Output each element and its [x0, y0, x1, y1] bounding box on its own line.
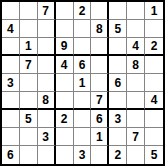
sudoku-cell-r3c6[interactable] — [91, 38, 109, 56]
sudoku-cell-r9c6[interactable] — [91, 146, 109, 164]
sudoku-cell-r7c4[interactable]: 2 — [56, 110, 74, 128]
sudoku-cell-r1c2[interactable] — [20, 2, 38, 20]
sudoku-cell-r5c8[interactable] — [127, 74, 145, 92]
sudoku-cell-r9c4[interactable] — [56, 146, 74, 164]
sudoku-cell-r7c6[interactable]: 6 — [91, 110, 109, 128]
sudoku-cell-r8c9[interactable] — [145, 128, 163, 146]
sudoku-cell-r8c7[interactable] — [109, 128, 127, 146]
sudoku-cell-r2c4[interactable] — [56, 20, 74, 38]
sudoku-cell-r4c6[interactable] — [91, 56, 109, 74]
sudoku-cell-r8c3[interactable]: 3 — [38, 128, 56, 146]
sudoku-cell-r7c7[interactable]: 3 — [109, 110, 127, 128]
sudoku-cell-r5c1[interactable]: 3 — [2, 74, 20, 92]
sudoku-cell-r7c9[interactable] — [145, 110, 163, 128]
sudoku-cell-r4c2[interactable]: 7 — [20, 56, 38, 74]
sudoku-cell-r6c5[interactable] — [74, 92, 92, 110]
sudoku-cell-r6c9[interactable]: 4 — [145, 92, 163, 110]
sudoku-cell-r1c3[interactable]: 7 — [38, 2, 56, 20]
sudoku-cell-r6c4[interactable] — [56, 92, 74, 110]
sudoku-cell-r2c6[interactable]: 8 — [91, 20, 109, 38]
sudoku-cell-r4c8[interactable]: 8 — [127, 56, 145, 74]
sudoku-cell-r1c6[interactable] — [91, 2, 109, 20]
sudoku-cell-r6c1[interactable] — [2, 92, 20, 110]
sudoku-cell-r5c7[interactable]: 6 — [109, 74, 127, 92]
sudoku-cell-r9c5[interactable]: 3 — [74, 146, 92, 164]
sudoku-cell-r6c2[interactable] — [20, 92, 38, 110]
sudoku-cell-r2c9[interactable] — [145, 20, 163, 38]
sudoku-cell-r6c6[interactable]: 7 — [91, 92, 109, 110]
sudoku-cell-r2c5[interactable] — [74, 20, 92, 38]
sudoku-cell-r3c5[interactable] — [74, 38, 92, 56]
sudoku-cell-r4c3[interactable] — [38, 56, 56, 74]
sudoku-cell-r9c3[interactable] — [38, 146, 56, 164]
sudoku-cell-r8c5[interactable] — [74, 128, 92, 146]
sudoku-cell-r7c3[interactable] — [38, 110, 56, 128]
sudoku-cell-r2c2[interactable] — [20, 20, 38, 38]
sudoku-cell-r6c3[interactable]: 8 — [38, 92, 56, 110]
sudoku-cell-r5c4[interactable] — [56, 74, 74, 92]
sudoku-cell-r3c8[interactable]: 4 — [127, 38, 145, 56]
sudoku-cell-r8c2[interactable] — [20, 128, 38, 146]
sudoku-cell-r1c5[interactable]: 2 — [74, 2, 92, 20]
sudoku-cell-r8c1[interactable] — [2, 128, 20, 146]
sudoku-cell-r1c1[interactable] — [2, 2, 20, 20]
sudoku-cell-r1c4[interactable] — [56, 2, 74, 20]
sudoku-cell-r1c8[interactable] — [127, 2, 145, 20]
sudoku-cell-r3c9[interactable]: 2 — [145, 38, 163, 56]
sudoku-cell-r9c7[interactable]: 2 — [109, 146, 127, 164]
sudoku-cell-r9c2[interactable] — [20, 146, 38, 164]
sudoku-cell-r5c5[interactable]: 1 — [74, 74, 92, 92]
sudoku-cell-r3c4[interactable]: 9 — [56, 38, 74, 56]
sudoku-cell-r9c8[interactable] — [127, 146, 145, 164]
sudoku-cell-r3c7[interactable] — [109, 38, 127, 56]
sudoku-cell-r5c3[interactable] — [38, 74, 56, 92]
sudoku-cell-r4c1[interactable] — [2, 56, 20, 74]
sudoku-cell-r4c7[interactable] — [109, 56, 127, 74]
sudoku-cell-r7c8[interactable] — [127, 110, 145, 128]
sudoku-cell-r2c3[interactable] — [38, 20, 56, 38]
sudoku-cell-r1c7[interactable] — [109, 2, 127, 20]
sudoku-cell-r8c8[interactable]: 7 — [127, 128, 145, 146]
sudoku-cell-r6c7[interactable] — [109, 92, 127, 110]
sudoku-cell-r2c8[interactable] — [127, 20, 145, 38]
sudoku-cell-r5c9[interactable] — [145, 74, 163, 92]
sudoku-cell-r2c1[interactable]: 4 — [2, 20, 20, 38]
sudoku-cell-r5c6[interactable] — [91, 74, 109, 92]
sudoku-cell-r9c1[interactable]: 6 — [2, 146, 20, 164]
sudoku-cell-r6c8[interactable] — [127, 92, 145, 110]
sudoku-cell-r4c5[interactable]: 6 — [74, 56, 92, 74]
sudoku-cell-r7c5[interactable] — [74, 110, 92, 128]
sudoku-cell-r3c3[interactable] — [38, 38, 56, 56]
sudoku-cell-r1c9[interactable]: 1 — [145, 2, 163, 20]
sudoku-cell-r9c9[interactable]: 5 — [145, 146, 163, 164]
sudoku-cell-r5c2[interactable] — [20, 74, 38, 92]
sudoku-board: 7214851942746831687452633176325 — [0, 0, 165, 166]
sudoku-cell-r3c1[interactable] — [2, 38, 20, 56]
sudoku-cell-r3c2[interactable]: 1 — [20, 38, 38, 56]
sudoku-cell-r8c4[interactable] — [56, 128, 74, 146]
sudoku-cell-r4c9[interactable] — [145, 56, 163, 74]
sudoku-cell-r2c7[interactable]: 5 — [109, 20, 127, 38]
sudoku-cell-r7c2[interactable]: 5 — [20, 110, 38, 128]
sudoku-cell-r7c1[interactable] — [2, 110, 20, 128]
sudoku-cell-r4c4[interactable]: 4 — [56, 56, 74, 74]
sudoku-cell-r8c6[interactable]: 1 — [91, 128, 109, 146]
